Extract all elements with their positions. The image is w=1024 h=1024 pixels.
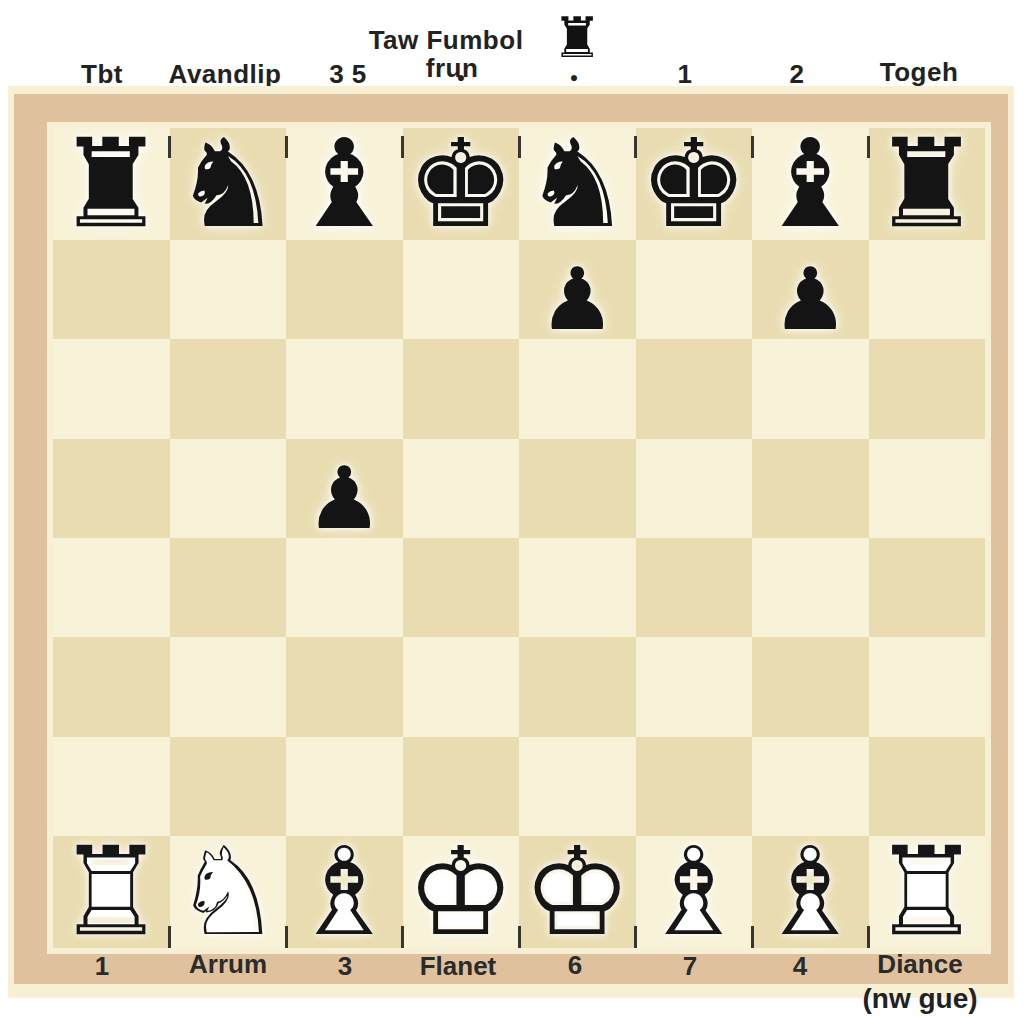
square-e7[interactable]: ♟: [519, 240, 636, 339]
tick-mark: [168, 926, 171, 948]
white-rook[interactable]: ♜♖: [57, 836, 166, 948]
square-d4[interactable]: [403, 538, 520, 637]
top-label-avandlip: Avandlip: [169, 60, 282, 89]
square-h1[interactable]: ♜♖: [869, 836, 986, 948]
square-a1[interactable]: ♜♖: [53, 836, 170, 948]
tick-mark: [401, 136, 404, 158]
square-a6[interactable]: [53, 339, 170, 438]
black-king[interactable]: ♚: [406, 128, 515, 240]
square-g1[interactable]: ♝♗: [752, 836, 869, 948]
tick-mark: [867, 926, 870, 948]
square-c6[interactable]: [286, 339, 403, 438]
square-g4[interactable]: [752, 538, 869, 637]
square-e6[interactable]: [519, 339, 636, 438]
tick-mark: [634, 136, 637, 158]
square-b1[interactable]: ♞♘: [170, 836, 287, 948]
tick-mark: [168, 136, 171, 158]
square-d3[interactable]: [403, 637, 520, 736]
white-bishop[interactable]: ♝♗: [756, 836, 865, 948]
square-a4[interactable]: [53, 538, 170, 637]
top-label-1: 1: [678, 60, 693, 89]
white-bishop[interactable]: ♝♗: [639, 836, 748, 948]
square-c7[interactable]: [286, 240, 403, 339]
square-g7[interactable]: ♟: [752, 240, 869, 339]
square-c8[interactable]: ♝: [286, 128, 403, 240]
black-pawn[interactable]: ♟: [772, 260, 849, 339]
tick-mark: [285, 926, 288, 948]
square-g6[interactable]: [752, 339, 869, 438]
square-b6[interactable]: [170, 339, 287, 438]
white-bishop[interactable]: ♝♗: [290, 836, 399, 948]
square-a7[interactable]: [53, 240, 170, 339]
black-knight[interactable]: ♞: [523, 128, 632, 240]
black-bishop[interactable]: ♝: [756, 128, 865, 240]
square-d8[interactable]: ♚: [403, 128, 520, 240]
black-rook-icon: ♜: [552, 10, 602, 66]
square-f6[interactable]: [636, 339, 753, 438]
top-label-35: 3 5: [329, 60, 367, 89]
tick-mark: [285, 136, 288, 158]
square-b7[interactable]: [170, 240, 287, 339]
white-rook[interactable]: ♜♖: [872, 836, 981, 948]
square-d1[interactable]: ♚♔: [403, 836, 520, 948]
bottom-sublabel-nw-gue: (nw gue): [862, 984, 977, 1015]
square-a8[interactable]: ♜: [53, 128, 170, 240]
square-h5[interactable]: [869, 439, 986, 538]
black-rook[interactable]: ♜: [872, 128, 981, 240]
event-label-line2: frun: [426, 54, 479, 83]
square-c5[interactable]: ♟: [286, 439, 403, 538]
square-b4[interactable]: [170, 538, 287, 637]
top-label-2: 2: [790, 60, 805, 89]
square-e8[interactable]: ♞: [519, 128, 636, 240]
square-c3[interactable]: [286, 637, 403, 736]
square-a5[interactable]: [53, 439, 170, 538]
board-frame: ♜♞♝♚♞♚♝♜♟♟♟♜♖♞♘♝♗♚♔♚♔♝♗♝♗♜♖: [8, 86, 1014, 998]
square-e4[interactable]: [519, 538, 636, 637]
tick-mark: [518, 136, 521, 158]
square-f8[interactable]: ♚: [636, 128, 753, 240]
black-bishop[interactable]: ♝: [290, 128, 399, 240]
black-rook[interactable]: ♜: [57, 128, 166, 240]
square-g3[interactable]: [752, 637, 869, 736]
square-b5[interactable]: [170, 439, 287, 538]
square-d7[interactable]: [403, 240, 520, 339]
square-f5[interactable]: [636, 439, 753, 538]
tick-mark: [751, 136, 754, 158]
bullet-icon: ●: [457, 70, 465, 85]
square-f4[interactable]: [636, 538, 753, 637]
event-label-line1: Taw Fumbol: [369, 26, 524, 55]
bullet-icon: ●: [570, 70, 578, 85]
white-knight[interactable]: ♞♘: [173, 836, 282, 948]
tick-mark: [634, 926, 637, 948]
tick-mark: [867, 136, 870, 158]
square-e1[interactable]: ♚♔: [519, 836, 636, 948]
square-h3[interactable]: [869, 637, 986, 736]
square-c4[interactable]: [286, 538, 403, 637]
square-g5[interactable]: [752, 439, 869, 538]
top-label-togeh: Togeh: [880, 58, 959, 87]
square-d5[interactable]: [403, 439, 520, 538]
chess-board: ♜♞♝♚♞♚♝♜♟♟♟♜♖♞♘♝♗♚♔♚♔♝♗♝♗♜♖: [53, 128, 985, 948]
tick-mark: [751, 926, 754, 948]
tick-mark: [401, 926, 404, 948]
square-b3[interactable]: [170, 637, 287, 736]
square-e5[interactable]: [519, 439, 636, 538]
black-king[interactable]: ♚: [639, 128, 748, 240]
square-f1[interactable]: ♝♗: [636, 836, 753, 948]
square-d6[interactable]: [403, 339, 520, 438]
square-c1[interactable]: ♝♗: [286, 836, 403, 948]
black-pawn[interactable]: ♟: [306, 459, 383, 538]
square-h6[interactable]: [869, 339, 986, 438]
black-knight[interactable]: ♞: [173, 128, 282, 240]
square-f7[interactable]: [636, 240, 753, 339]
square-f3[interactable]: [636, 637, 753, 736]
square-h8[interactable]: ♜: [869, 128, 986, 240]
white-king[interactable]: ♚♔: [406, 836, 515, 948]
square-b8[interactable]: ♞: [170, 128, 287, 240]
square-a3[interactable]: [53, 637, 170, 736]
top-label-tbt: Tbt: [81, 60, 123, 89]
square-h4[interactable]: [869, 538, 986, 637]
square-e3[interactable]: [519, 637, 636, 736]
square-h7[interactable]: [869, 240, 986, 339]
square-g8[interactable]: ♝: [752, 128, 869, 240]
white-king[interactable]: ♚♔: [523, 836, 632, 948]
black-pawn[interactable]: ♟: [539, 260, 616, 339]
tick-mark: [518, 926, 521, 948]
